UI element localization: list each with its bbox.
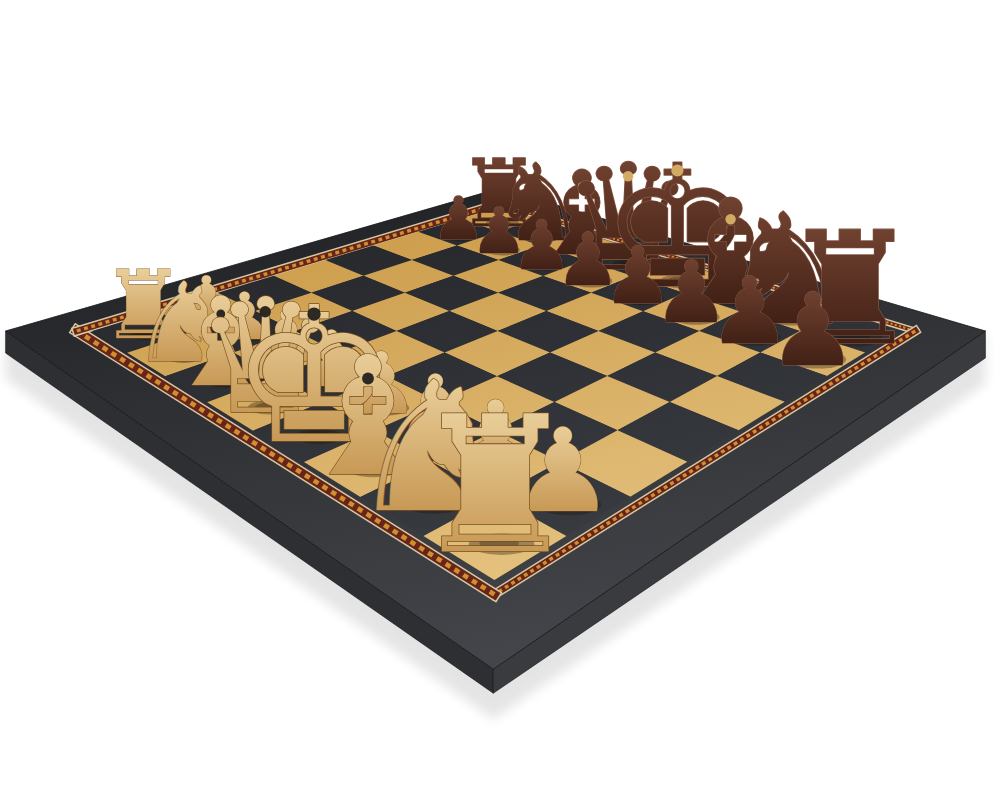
product-photo-scene: ♜♞♝♛♚♝♞♜♟♟♟♟♟♟♟♟♟♟♟♟♟♟♟♟♜♞♝♛♚♝♞♜	[0, 0, 1000, 800]
chess-board-3d-photo: ♜♞♝♛♚♝♞♜♟♟♟♟♟♟♟♟♟♟♟♟♟♟♟♟♜♞♝♛♚♝♞♜	[0, 0, 1000, 800]
piece-black-pawn-h7[interactable]: ♟	[767, 271, 858, 389]
piece-black-pawn-h7-glyph: ♟	[767, 271, 858, 389]
piece-white-rook-h1-glyph: ♜	[410, 376, 579, 596]
piece-white-rook-h1[interactable]: ♜	[410, 376, 579, 596]
ebonized-finial-e1	[307, 307, 320, 320]
